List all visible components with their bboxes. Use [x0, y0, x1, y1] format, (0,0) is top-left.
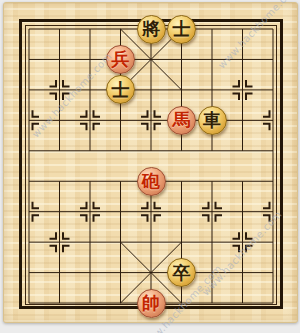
- black-chariot-glyph: 車: [203, 111, 221, 129]
- piece-black-general[interactable]: 將: [137, 15, 166, 44]
- screenshot-root: 將士兵士馬車砲卒帥 www.hackhome.com www.hackhome.…: [0, 0, 300, 333]
- red-soldier-glyph: 兵: [112, 50, 130, 68]
- red-cannon-glyph: 砲: [142, 172, 160, 190]
- black-general-glyph: 將: [142, 20, 160, 38]
- piece-black-advisor-1[interactable]: 士: [167, 15, 196, 44]
- red-general-glyph: 帥: [142, 294, 160, 312]
- piece-red-soldier[interactable]: 兵: [106, 45, 135, 74]
- piece-red-horse[interactable]: 馬: [167, 106, 196, 135]
- black-advisor-1-glyph: 士: [173, 20, 191, 38]
- piece-black-soldier[interactable]: 卒: [167, 258, 196, 287]
- red-horse-glyph: 馬: [173, 111, 191, 129]
- black-soldier-glyph: 卒: [173, 264, 191, 282]
- piece-black-chariot[interactable]: 車: [198, 106, 227, 135]
- piece-red-cannon[interactable]: 砲: [137, 167, 166, 196]
- piece-red-general[interactable]: 帥: [137, 289, 166, 318]
- black-advisor-2-glyph: 士: [112, 81, 130, 99]
- xiangqi-board: 將士兵士馬車砲卒帥: [3, 2, 298, 323]
